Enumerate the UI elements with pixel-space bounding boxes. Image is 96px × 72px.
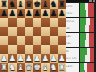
move-label-cell: Nc3900	[66, 55, 79, 62]
piece-white-rook: ♜	[58, 63, 66, 72]
square-a1[interactable]: ♜	[0, 63, 8, 72]
wdl-bar	[80, 40, 95, 47]
move-games-count: 44k	[68, 5, 72, 8]
wdl-bar	[80, 10, 95, 17]
move-label-cell: g33k	[66, 33, 79, 40]
piece-black-king: ♚	[33, 0, 41, 9]
loss-segment	[90, 18, 94, 25]
loss-segment	[90, 48, 94, 55]
loss-segment	[89, 40, 94, 47]
piece-black-bishop: ♝	[17, 0, 25, 9]
loss-segment	[89, 33, 94, 40]
wdl-bar	[80, 55, 95, 62]
move-row[interactable]: d441k	[66, 10, 96, 17]
square-d8[interactable]: ♛	[25, 0, 33, 9]
square-b8[interactable]: ♞	[8, 0, 16, 9]
move-games-count: 1k	[66, 50, 69, 53]
wdl-bar	[80, 70, 95, 72]
piece-black-bishop: ♝	[42, 0, 50, 9]
opening-explorer-panel: e444kd441kNf313kc49kg33kb32kf41kNc3900e3…	[66, 0, 96, 72]
square-b6[interactable]	[8, 18, 16, 27]
square-e4[interactable]	[33, 36, 41, 45]
square-e5[interactable]	[33, 27, 41, 36]
move-row[interactable]: Nf313k	[66, 18, 96, 25]
square-a5[interactable]	[0, 27, 8, 36]
square-h2[interactable]: ♟	[58, 54, 66, 63]
move-list: e444kd441kNf313kc49kg33kb32kf41kNc3900e3…	[66, 2, 96, 72]
piece-black-rook: ♜	[0, 0, 8, 9]
move-games-count: 2k	[68, 42, 71, 45]
square-f7[interactable]: ♟	[41, 9, 49, 18]
piece-white-rook: ♜	[0, 63, 8, 72]
piece-black-knight: ♞	[50, 0, 58, 9]
win-segment	[80, 48, 87, 55]
square-f2[interactable]: ♟	[41, 54, 49, 63]
square-c6[interactable]	[17, 18, 25, 27]
piece-black-pawn: ♟	[25, 9, 33, 18]
move-label-cell: e444k	[66, 3, 79, 10]
square-a2[interactable]: ♟	[0, 54, 8, 63]
loss-segment	[88, 10, 94, 17]
piece-white-queen: ♛	[25, 63, 33, 72]
square-h5[interactable]	[58, 27, 66, 36]
square-d3[interactable]	[25, 45, 33, 54]
square-g1[interactable]: ♞	[50, 63, 58, 72]
loss-segment	[87, 70, 94, 72]
square-g2[interactable]: ♟	[50, 54, 58, 63]
square-a8[interactable]: ♜	[0, 0, 8, 9]
square-a7[interactable]: ♟	[0, 9, 8, 18]
square-c3[interactable]	[17, 45, 25, 54]
piece-black-pawn: ♟	[50, 9, 58, 18]
piece-white-pawn: ♟	[33, 54, 41, 63]
loss-segment	[89, 25, 94, 32]
move-games-count: 13k	[70, 20, 74, 23]
piece-white-pawn: ♟	[17, 54, 25, 63]
chess-board: ♜♞♝♛♚♝♞♜♟♟♟♟♟♟♟♟♟♟♟♟♟♟♟♟♜♞♝♛♚♝♞♜	[0, 0, 66, 72]
move-label: Nc3	[66, 57, 70, 60]
square-f4[interactable]	[41, 36, 49, 45]
piece-black-pawn: ♟	[17, 9, 25, 18]
square-d1[interactable]: ♛	[25, 63, 33, 72]
square-h3[interactable]	[58, 45, 66, 54]
square-c5[interactable]	[17, 27, 25, 36]
move-label-cell: b4400	[66, 70, 79, 72]
move-row[interactable]: e444k	[66, 3, 96, 10]
square-c2[interactable]: ♟	[17, 54, 25, 63]
wdl-bar	[80, 18, 95, 25]
move-row[interactable]: c49k	[66, 25, 96, 32]
wdl-bar	[80, 25, 95, 32]
move-row[interactable]: g33k	[66, 33, 96, 40]
move-row[interactable]: e3500	[66, 63, 96, 70]
piece-black-pawn: ♟	[9, 9, 17, 18]
square-d7[interactable]: ♟	[25, 9, 33, 18]
square-g5[interactable]	[50, 27, 58, 36]
square-h6[interactable]	[58, 18, 66, 27]
piece-white-pawn: ♟	[0, 54, 8, 63]
square-d4[interactable]	[25, 36, 33, 45]
square-h8[interactable]: ♜	[58, 0, 66, 9]
square-e3[interactable]	[33, 45, 41, 54]
move-label-cell: b32k	[66, 40, 79, 47]
square-c8[interactable]: ♝	[17, 0, 25, 9]
square-b2[interactable]: ♟	[8, 54, 16, 63]
move-label-cell: c49k	[66, 25, 79, 32]
move-row[interactable]: b4400	[66, 70, 96, 72]
piece-black-queen: ♛	[25, 0, 33, 9]
square-f3[interactable]	[41, 45, 49, 54]
move-label-cell: Nf313k	[66, 18, 79, 25]
square-e6[interactable]	[33, 18, 41, 27]
square-b4[interactable]	[8, 36, 16, 45]
piece-black-pawn: ♟	[42, 9, 50, 18]
move-label-cell: e3500	[66, 63, 79, 70]
square-d5[interactable]	[25, 27, 33, 36]
square-b1[interactable]: ♞	[8, 63, 16, 72]
move-row[interactable]: f41k	[66, 48, 96, 55]
piece-black-rook: ♜	[58, 0, 66, 9]
square-c4[interactable]	[17, 36, 25, 45]
square-g6[interactable]	[50, 18, 58, 27]
square-h4[interactable]	[58, 36, 66, 45]
square-d6[interactable]	[25, 18, 33, 27]
square-b5[interactable]	[8, 27, 16, 36]
move-games-count: 3k	[68, 35, 71, 38]
move-row[interactable]: b32k	[66, 40, 96, 47]
piece-white-bishop: ♝	[42, 63, 50, 72]
square-h1[interactable]: ♜	[58, 63, 66, 72]
square-c7[interactable]: ♟	[17, 9, 25, 18]
piece-black-pawn: ♟	[0, 9, 8, 18]
wdl-bar	[80, 33, 95, 40]
square-d2[interactable]: ♟	[25, 54, 33, 63]
piece-white-knight: ♞	[9, 63, 17, 72]
wdl-bar	[80, 63, 95, 70]
loss-segment	[88, 3, 94, 10]
square-g4[interactable]	[50, 36, 58, 45]
wdl-bar	[80, 3, 95, 10]
square-f1[interactable]: ♝	[41, 63, 49, 72]
move-label-cell: d441k	[66, 10, 79, 17]
move-row[interactable]: Nc3900	[66, 55, 96, 62]
piece-black-pawn: ♟	[58, 9, 66, 18]
square-g3[interactable]	[50, 45, 58, 54]
move-games-count: 9k	[67, 27, 70, 30]
square-b3[interactable]	[8, 45, 16, 54]
square-e7[interactable]: ♟	[33, 9, 41, 18]
loss-segment	[87, 63, 94, 70]
piece-white-pawn: ♟	[9, 54, 17, 63]
piece-white-pawn: ♟	[50, 54, 58, 63]
piece-black-pawn: ♟	[33, 9, 41, 18]
wdl-bar	[80, 48, 95, 55]
piece-white-pawn: ♟	[58, 54, 66, 63]
piece-white-pawn: ♟	[25, 54, 33, 63]
move-label-cell: f41k	[66, 48, 79, 55]
square-f5[interactable]	[41, 27, 49, 36]
square-b7[interactable]: ♟	[8, 9, 16, 18]
square-h7[interactable]: ♟	[58, 9, 66, 18]
square-e2[interactable]: ♟	[33, 54, 41, 63]
move-games-count: 41k	[68, 12, 72, 15]
piece-white-king: ♚	[33, 63, 41, 72]
square-g8[interactable]: ♞	[50, 0, 58, 9]
square-f6[interactable]	[41, 18, 49, 27]
move-games-count: 900	[72, 57, 76, 60]
square-a6[interactable]	[0, 18, 8, 27]
square-a4[interactable]	[0, 36, 8, 45]
piece-white-pawn: ♟	[42, 54, 50, 63]
loss-segment	[90, 55, 94, 62]
move-games-count: 500	[68, 65, 72, 68]
square-c1[interactable]: ♝	[17, 63, 25, 72]
square-e8[interactable]: ♚	[33, 0, 41, 9]
square-a3[interactable]	[0, 45, 8, 54]
square-g7[interactable]: ♟	[50, 9, 58, 18]
square-e1[interactable]: ♚	[33, 63, 41, 72]
piece-white-bishop: ♝	[17, 63, 25, 72]
piece-black-knight: ♞	[9, 0, 17, 9]
square-f8[interactable]: ♝	[41, 0, 49, 9]
piece-white-knight: ♞	[50, 63, 58, 72]
